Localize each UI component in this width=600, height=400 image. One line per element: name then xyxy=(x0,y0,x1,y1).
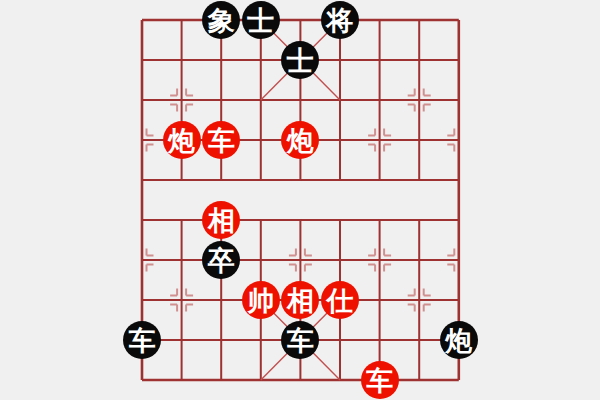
piece-red-cannon[interactable]: 炮 xyxy=(163,121,201,159)
piece-black-cannon[interactable]: 炮 xyxy=(440,321,478,359)
piece-red-cannon[interactable]: 炮 xyxy=(281,121,319,159)
piece-red-chariot[interactable]: 车 xyxy=(361,361,399,399)
piece-black-soldier[interactable]: 卒 xyxy=(202,241,240,279)
piece-black-general[interactable]: 将 xyxy=(321,1,359,39)
piece-red-general[interactable]: 帅 xyxy=(242,281,280,319)
xiangqi-board: 象士将士炮车炮相卒帅相仕车车炮车 xyxy=(0,0,600,400)
piece-black-advisor[interactable]: 士 xyxy=(242,1,280,39)
piece-red-elephant[interactable]: 相 xyxy=(281,281,319,319)
piece-black-elephant[interactable]: 象 xyxy=(202,1,240,39)
piece-red-chariot[interactable]: 车 xyxy=(202,121,240,159)
piece-red-elephant[interactable]: 相 xyxy=(202,201,240,239)
piece-black-chariot[interactable]: 车 xyxy=(281,321,319,359)
piece-red-advisor[interactable]: 仕 xyxy=(321,281,359,319)
piece-black-advisor[interactable]: 士 xyxy=(281,41,319,79)
piece-black-chariot[interactable]: 车 xyxy=(123,321,161,359)
